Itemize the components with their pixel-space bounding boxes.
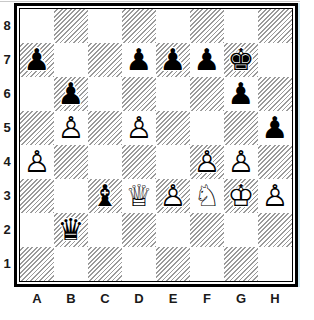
file-label-b: B bbox=[54, 289, 88, 309]
square-a8[interactable] bbox=[20, 9, 54, 43]
black-pawn: ♟ bbox=[194, 45, 221, 75]
file-label-e: E bbox=[156, 289, 190, 309]
square-g3[interactable]: ♚♔ bbox=[224, 179, 258, 213]
white-pawn: ♟♙ bbox=[160, 181, 187, 211]
white-pawn: ♟♙ bbox=[262, 181, 289, 211]
black-pawn: ♟ bbox=[262, 113, 289, 143]
square-a4[interactable]: ♟♙ bbox=[20, 145, 54, 179]
rank-label-3: 3 bbox=[0, 179, 14, 213]
square-h8[interactable] bbox=[258, 9, 292, 43]
chess-board: ♟♟♟♟♚♟♟♟♙♟♙♟♟♙♟♙♟♙♝♛♕♟♙♞♘♚♔♟♙♛ bbox=[20, 9, 292, 281]
square-h1[interactable] bbox=[258, 247, 292, 281]
square-g6[interactable]: ♟ bbox=[224, 77, 258, 111]
rank-label-1: 1 bbox=[0, 247, 14, 281]
square-e2[interactable] bbox=[156, 213, 190, 247]
square-a1[interactable] bbox=[20, 247, 54, 281]
square-e1[interactable] bbox=[156, 247, 190, 281]
rank-label-4: 4 bbox=[0, 145, 14, 179]
file-label-f: F bbox=[190, 289, 224, 309]
square-b1[interactable] bbox=[54, 247, 88, 281]
board-with-rank-labels: 87654321 ♟♟♟♟♚♟♟♟♙♟♙♟♟♙♟♙♟♙♝♛♕♟♙♞♘♚♔♟♙♛ bbox=[0, 3, 314, 287]
rank-label-2: 2 bbox=[0, 213, 14, 247]
square-c2[interactable] bbox=[88, 213, 122, 247]
square-g7[interactable]: ♚ bbox=[224, 43, 258, 77]
black-pawn: ♟ bbox=[126, 45, 153, 75]
square-d3[interactable]: ♛♕ bbox=[122, 179, 156, 213]
square-c1[interactable] bbox=[88, 247, 122, 281]
square-b2[interactable]: ♛ bbox=[54, 213, 88, 247]
square-c6[interactable] bbox=[88, 77, 122, 111]
square-e7[interactable]: ♟ bbox=[156, 43, 190, 77]
square-f4[interactable]: ♟♙ bbox=[190, 145, 224, 179]
square-e6[interactable] bbox=[156, 77, 190, 111]
square-e3[interactable]: ♟♙ bbox=[156, 179, 190, 213]
black-queen: ♛ bbox=[58, 215, 85, 245]
file-label-c: C bbox=[88, 289, 122, 309]
file-label-a: A bbox=[20, 289, 54, 309]
black-pawn: ♟ bbox=[24, 45, 51, 75]
square-g4[interactable]: ♟♙ bbox=[224, 145, 258, 179]
square-f1[interactable] bbox=[190, 247, 224, 281]
square-h3[interactable]: ♟♙ bbox=[258, 179, 292, 213]
black-pawn: ♟ bbox=[160, 45, 187, 75]
square-h4[interactable] bbox=[258, 145, 292, 179]
square-h2[interactable] bbox=[258, 213, 292, 247]
square-a6[interactable] bbox=[20, 77, 54, 111]
square-g1[interactable] bbox=[224, 247, 258, 281]
file-labels-row: ABCDEFGH bbox=[20, 289, 314, 309]
white-pawn: ♟♙ bbox=[228, 147, 255, 177]
white-king: ♚♔ bbox=[228, 181, 255, 211]
square-f6[interactable] bbox=[190, 77, 224, 111]
square-h7[interactable] bbox=[258, 43, 292, 77]
square-h6[interactable] bbox=[258, 77, 292, 111]
square-a7[interactable]: ♟ bbox=[20, 43, 54, 77]
white-pawn: ♟♙ bbox=[194, 147, 221, 177]
white-pawn: ♟♙ bbox=[58, 113, 85, 143]
black-bishop: ♝ bbox=[92, 181, 119, 211]
square-b3[interactable] bbox=[54, 179, 88, 213]
board-frame: ♟♟♟♟♚♟♟♟♙♟♙♟♟♙♟♙♟♙♝♛♕♟♙♞♘♚♔♟♙♛ bbox=[14, 3, 298, 287]
chess-diagram: 87654321 ♟♟♟♟♚♟♟♟♙♟♙♟♟♙♟♙♟♙♝♛♕♟♙♞♘♚♔♟♙♛ … bbox=[0, 0, 314, 320]
rank-labels-column: 87654321 bbox=[0, 3, 14, 281]
square-g8[interactable] bbox=[224, 9, 258, 43]
square-a2[interactable] bbox=[20, 213, 54, 247]
square-a3[interactable] bbox=[20, 179, 54, 213]
square-d4[interactable] bbox=[122, 145, 156, 179]
square-d8[interactable] bbox=[122, 9, 156, 43]
square-f7[interactable]: ♟ bbox=[190, 43, 224, 77]
white-pawn: ♟♙ bbox=[24, 147, 51, 177]
scan-artifact-line bbox=[0, 1, 300, 2]
square-d1[interactable] bbox=[122, 247, 156, 281]
board-inner-border: ♟♟♟♟♚♟♟♟♙♟♙♟♟♙♟♙♟♙♝♛♕♟♙♞♘♚♔♟♙♛ bbox=[19, 8, 293, 282]
square-f2[interactable] bbox=[190, 213, 224, 247]
square-c3[interactable]: ♝ bbox=[88, 179, 122, 213]
square-c8[interactable] bbox=[88, 9, 122, 43]
square-e8[interactable] bbox=[156, 9, 190, 43]
square-d6[interactable] bbox=[122, 77, 156, 111]
black-pawn: ♟ bbox=[58, 79, 85, 109]
rank-label-8: 8 bbox=[0, 9, 14, 43]
square-g5[interactable] bbox=[224, 111, 258, 145]
black-king: ♚ bbox=[228, 45, 255, 75]
white-knight: ♞♘ bbox=[194, 181, 221, 211]
white-pawn: ♟♙ bbox=[126, 113, 153, 143]
square-c4[interactable] bbox=[88, 145, 122, 179]
square-e4[interactable] bbox=[156, 145, 190, 179]
square-f3[interactable]: ♞♘ bbox=[190, 179, 224, 213]
square-a5[interactable] bbox=[20, 111, 54, 145]
square-c7[interactable] bbox=[88, 43, 122, 77]
file-label-h: H bbox=[258, 289, 292, 309]
white-queen: ♛♕ bbox=[126, 181, 153, 211]
square-b4[interactable] bbox=[54, 145, 88, 179]
square-e5[interactable] bbox=[156, 111, 190, 145]
square-d5[interactable]: ♟♙ bbox=[122, 111, 156, 145]
rank-label-5: 5 bbox=[0, 111, 14, 145]
black-pawn: ♟ bbox=[228, 79, 255, 109]
square-b7[interactable] bbox=[54, 43, 88, 77]
square-b6[interactable]: ♟ bbox=[54, 77, 88, 111]
square-b8[interactable] bbox=[54, 9, 88, 43]
file-label-g: G bbox=[224, 289, 258, 309]
square-h5[interactable]: ♟ bbox=[258, 111, 292, 145]
square-d2[interactable] bbox=[122, 213, 156, 247]
file-label-d: D bbox=[122, 289, 156, 309]
square-d7[interactable]: ♟ bbox=[122, 43, 156, 77]
rank-label-6: 6 bbox=[0, 77, 14, 111]
square-f8[interactable] bbox=[190, 9, 224, 43]
square-g2[interactable] bbox=[224, 213, 258, 247]
square-c5[interactable] bbox=[88, 111, 122, 145]
rank-label-7: 7 bbox=[0, 43, 14, 77]
square-b5[interactable]: ♟♙ bbox=[54, 111, 88, 145]
square-f5[interactable] bbox=[190, 111, 224, 145]
